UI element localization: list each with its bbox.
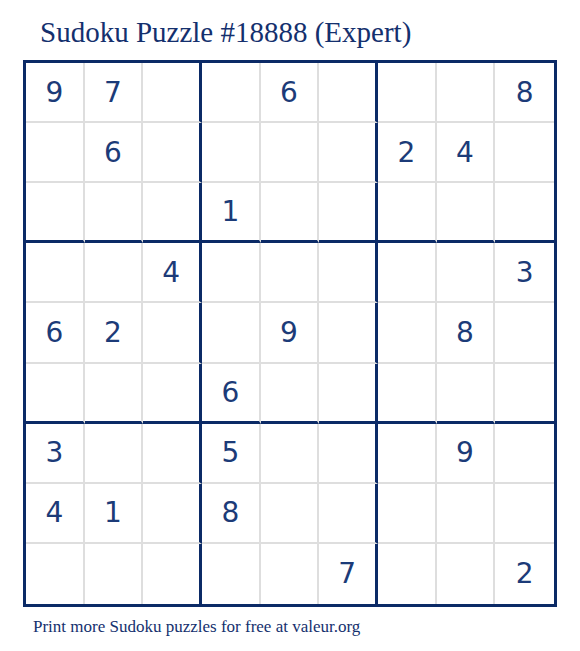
given-cell-r3c4: 1	[202, 183, 261, 243]
empty-cell-r9c5	[261, 544, 320, 604]
given-cell-r8c2: 1	[85, 484, 144, 544]
empty-cell-r5c7	[378, 303, 437, 363]
empty-cell-r4c6	[319, 243, 378, 303]
empty-cell-r5c4	[202, 303, 261, 363]
empty-cell-r2c9	[495, 123, 554, 183]
empty-cell-r6c6	[319, 364, 378, 424]
empty-cell-r3c5	[261, 183, 320, 243]
empty-cell-r9c8	[437, 544, 496, 604]
empty-cell-r4c2	[85, 243, 144, 303]
empty-cell-r3c6	[319, 183, 378, 243]
empty-cell-r1c8	[437, 63, 496, 123]
empty-cell-r5c9	[495, 303, 554, 363]
empty-cell-r6c7	[378, 364, 437, 424]
empty-cell-r7c7	[378, 424, 437, 484]
empty-cell-r1c3	[143, 63, 202, 123]
empty-cell-r6c1	[26, 364, 85, 424]
given-cell-r7c4: 5	[202, 424, 261, 484]
empty-cell-r6c2	[85, 364, 144, 424]
given-cell-r4c3: 4	[143, 243, 202, 303]
empty-cell-r3c8	[437, 183, 496, 243]
given-cell-r2c2: 6	[85, 123, 144, 183]
empty-cell-r8c5	[261, 484, 320, 544]
empty-cell-r8c6	[319, 484, 378, 544]
empty-cell-r1c4	[202, 63, 261, 123]
sudoku-page: Sudoku Puzzle #18888 (Expert) 9768624143…	[0, 0, 580, 651]
empty-cell-r8c7	[378, 484, 437, 544]
empty-cell-r9c4	[202, 544, 261, 604]
empty-cell-r7c5	[261, 424, 320, 484]
empty-cell-r3c9	[495, 183, 554, 243]
given-cell-r5c5: 9	[261, 303, 320, 363]
given-cell-r5c2: 2	[85, 303, 144, 363]
empty-cell-r6c8	[437, 364, 496, 424]
empty-cell-r7c6	[319, 424, 378, 484]
empty-cell-r8c3	[143, 484, 202, 544]
empty-cell-r2c4	[202, 123, 261, 183]
given-cell-r5c1: 6	[26, 303, 85, 363]
given-cell-r4c9: 3	[495, 243, 554, 303]
given-cell-r1c9: 8	[495, 63, 554, 123]
empty-cell-r2c1	[26, 123, 85, 183]
empty-cell-r8c9	[495, 484, 554, 544]
empty-cell-r3c2	[85, 183, 144, 243]
empty-cell-r3c3	[143, 183, 202, 243]
empty-cell-r7c3	[143, 424, 202, 484]
sudoku-board: 97686241436298635941872	[23, 60, 557, 607]
empty-cell-r3c1	[26, 183, 85, 243]
empty-cell-r9c1	[26, 544, 85, 604]
empty-cell-r8c8	[437, 484, 496, 544]
empty-cell-r6c9	[495, 364, 554, 424]
given-cell-r9c6: 7	[319, 544, 378, 604]
given-cell-r1c2: 7	[85, 63, 144, 123]
empty-cell-r2c6	[319, 123, 378, 183]
empty-cell-r4c8	[437, 243, 496, 303]
empty-cell-r3c7	[378, 183, 437, 243]
empty-cell-r2c3	[143, 123, 202, 183]
given-cell-r1c5: 6	[261, 63, 320, 123]
footer-text: Print more Sudoku puzzles for free at va…	[33, 617, 360, 637]
given-cell-r1c1: 9	[26, 63, 85, 123]
empty-cell-r9c2	[85, 544, 144, 604]
given-cell-r2c8: 4	[437, 123, 496, 183]
given-cell-r7c1: 3	[26, 424, 85, 484]
empty-cell-r4c4	[202, 243, 261, 303]
given-cell-r8c4: 8	[202, 484, 261, 544]
given-cell-r5c8: 8	[437, 303, 496, 363]
empty-cell-r1c6	[319, 63, 378, 123]
empty-cell-r1c7	[378, 63, 437, 123]
empty-cell-r9c3	[143, 544, 202, 604]
given-cell-r2c7: 2	[378, 123, 437, 183]
given-cell-r7c8: 9	[437, 424, 496, 484]
empty-cell-r7c2	[85, 424, 144, 484]
empty-cell-r4c1	[26, 243, 85, 303]
given-cell-r9c9: 2	[495, 544, 554, 604]
empty-cell-r4c7	[378, 243, 437, 303]
empty-cell-r5c3	[143, 303, 202, 363]
empty-cell-r5c6	[319, 303, 378, 363]
empty-cell-r6c3	[143, 364, 202, 424]
empty-cell-r7c9	[495, 424, 554, 484]
given-cell-r6c4: 6	[202, 364, 261, 424]
page-title: Sudoku Puzzle #18888 (Expert)	[40, 16, 411, 49]
empty-cell-r2c5	[261, 123, 320, 183]
given-cell-r8c1: 4	[26, 484, 85, 544]
empty-cell-r6c5	[261, 364, 320, 424]
empty-cell-r9c7	[378, 544, 437, 604]
empty-cell-r4c5	[261, 243, 320, 303]
